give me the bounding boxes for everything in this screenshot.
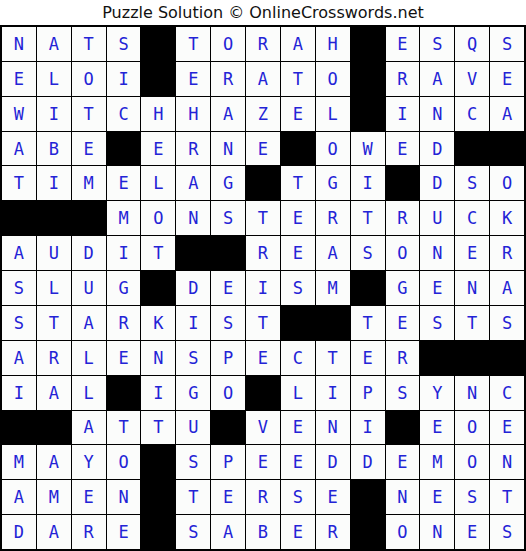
letter-cell: U — [176, 411, 210, 445]
letter-cell: T — [176, 480, 210, 514]
letter-cell: S — [490, 306, 524, 340]
letter-cell: T — [246, 306, 280, 340]
letter-cell: R — [37, 341, 71, 375]
letter-cell: S — [176, 445, 210, 479]
letter-cell: A — [246, 62, 280, 96]
letter-cell: I — [246, 271, 280, 305]
letter-cell: A — [37, 376, 71, 410]
block-cell — [2, 201, 36, 235]
letter-cell: E — [490, 62, 524, 96]
letter-cell: S — [211, 306, 245, 340]
block-cell — [211, 236, 245, 270]
block-cell — [141, 480, 175, 514]
letter-cell: E — [176, 62, 210, 96]
letter-cell: T — [316, 341, 350, 375]
letter-cell: S — [490, 27, 524, 61]
letter-cell: N — [455, 376, 489, 410]
letter-cell: I — [351, 411, 385, 445]
letter-cell: N — [490, 445, 524, 479]
letter-cell: T — [176, 27, 210, 61]
letter-cell: R — [246, 27, 280, 61]
letter-cell: M — [316, 271, 350, 305]
block-cell — [37, 201, 71, 235]
letter-cell: D — [176, 271, 210, 305]
letter-cell: I — [316, 376, 350, 410]
letter-cell: O — [316, 132, 350, 166]
letter-cell: A — [316, 236, 350, 270]
letter-cell: E — [281, 411, 315, 445]
letter-cell: O — [107, 445, 141, 479]
letter-cell: Y — [420, 376, 454, 410]
letter-cell: O — [141, 201, 175, 235]
letter-cell: V — [246, 411, 280, 445]
letter-cell: S — [2, 306, 36, 340]
letter-cell: C — [107, 97, 141, 131]
letter-cell: Z — [246, 97, 280, 131]
letter-cell: O — [72, 62, 106, 96]
letter-cell: E — [72, 132, 106, 166]
letter-cell: D — [420, 166, 454, 200]
letter-cell: S — [420, 27, 454, 61]
page-title: Puzzle Solution © OnlineCrosswords.net — [0, 0, 526, 25]
letter-cell: R — [176, 132, 210, 166]
letter-cell: S — [351, 236, 385, 270]
letter-cell: S — [386, 376, 420, 410]
letter-cell: Q — [455, 27, 489, 61]
letter-cell: A — [420, 62, 454, 96]
letter-cell: C — [490, 376, 524, 410]
letter-cell: E — [386, 27, 420, 61]
block-cell — [107, 376, 141, 410]
letter-cell: E — [386, 132, 420, 166]
letter-cell: N — [386, 480, 420, 514]
letter-cell: S — [490, 515, 524, 549]
letter-cell: S — [211, 201, 245, 235]
letter-cell: E — [246, 445, 280, 479]
letter-cell: C — [455, 201, 489, 235]
letter-cell: C — [281, 341, 315, 375]
letter-cell: T — [281, 62, 315, 96]
letter-cell: E — [386, 306, 420, 340]
block-cell — [72, 201, 106, 235]
letter-cell: H — [316, 27, 350, 61]
block-cell — [386, 166, 420, 200]
block-cell — [141, 27, 175, 61]
block-cell — [37, 411, 71, 445]
crossword-grid: NATSTORAHESQSELOIERATORAVEWITCHHAZELINCA… — [0, 25, 526, 551]
letter-cell: Y — [72, 445, 106, 479]
letter-cell: M — [72, 166, 106, 200]
letter-cell: A — [37, 27, 71, 61]
block-cell — [351, 515, 385, 549]
letter-cell: O — [386, 236, 420, 270]
letter-cell: E — [246, 341, 280, 375]
letter-cell: R — [246, 480, 280, 514]
block-cell — [351, 27, 385, 61]
letter-cell: T — [107, 411, 141, 445]
letter-cell: D — [351, 445, 385, 479]
letter-cell: G — [176, 376, 210, 410]
letter-cell: R — [246, 236, 280, 270]
letter-cell: D — [420, 132, 454, 166]
letter-cell: S — [281, 480, 315, 514]
letter-cell: G — [386, 271, 420, 305]
letter-cell: L — [37, 271, 71, 305]
letter-cell: N — [420, 236, 454, 270]
letter-cell: N — [141, 341, 175, 375]
letter-cell: T — [72, 97, 106, 131]
letter-cell: T — [490, 480, 524, 514]
letter-cell: E — [2, 62, 36, 96]
block-cell — [176, 236, 210, 270]
letter-cell: T — [455, 306, 489, 340]
letter-cell: A — [490, 97, 524, 131]
letter-cell: N — [107, 480, 141, 514]
letter-cell: A — [2, 341, 36, 375]
letter-cell: C — [455, 97, 489, 131]
block-cell — [386, 411, 420, 445]
letter-cell: S — [281, 271, 315, 305]
letter-cell: I — [37, 97, 71, 131]
letter-cell: T — [246, 201, 280, 235]
letter-cell: P — [351, 376, 385, 410]
letter-cell: E — [351, 341, 385, 375]
letter-cell: A — [72, 411, 106, 445]
letter-cell: R — [316, 201, 350, 235]
letter-cell: G — [316, 166, 350, 200]
letter-cell: U — [420, 201, 454, 235]
letter-cell: E — [141, 132, 175, 166]
letter-cell: L — [72, 376, 106, 410]
letter-cell: T — [72, 27, 106, 61]
letter-cell: L — [37, 62, 71, 96]
letter-cell: N — [420, 515, 454, 549]
letter-cell: H — [176, 97, 210, 131]
block-cell — [281, 306, 315, 340]
letter-cell: I — [2, 376, 36, 410]
letter-cell: O — [455, 445, 489, 479]
letter-cell: O — [211, 376, 245, 410]
letter-cell: M — [107, 201, 141, 235]
letter-cell: N — [455, 271, 489, 305]
letter-cell: E — [281, 236, 315, 270]
letter-cell: A — [37, 515, 71, 549]
letter-cell: E — [281, 201, 315, 235]
letter-cell: S — [176, 341, 210, 375]
puzzle-solution-page: Puzzle Solution © OnlineCrosswords.net N… — [0, 0, 526, 551]
letter-cell: I — [351, 166, 385, 200]
letter-cell: S — [107, 27, 141, 61]
letter-cell: R — [386, 201, 420, 235]
letter-cell: E — [72, 480, 106, 514]
block-cell — [246, 166, 280, 200]
letter-cell: U — [37, 236, 71, 270]
letter-cell: O — [455, 411, 489, 445]
block-cell — [141, 62, 175, 96]
letter-cell: L — [72, 341, 106, 375]
letter-cell: N — [211, 132, 245, 166]
block-cell — [281, 132, 315, 166]
block-cell — [141, 515, 175, 549]
letter-cell: O — [386, 515, 420, 549]
letter-cell: K — [490, 201, 524, 235]
letter-cell: O — [490, 166, 524, 200]
letter-cell: G — [107, 271, 141, 305]
block-cell — [455, 132, 489, 166]
letter-cell: E — [420, 480, 454, 514]
letter-cell: R — [211, 62, 245, 96]
block-cell — [246, 376, 280, 410]
letter-cell: A — [2, 480, 36, 514]
letter-cell: A — [281, 27, 315, 61]
letter-cell: A — [2, 132, 36, 166]
block-cell — [490, 341, 524, 375]
letter-cell: L — [316, 97, 350, 131]
block-cell — [107, 132, 141, 166]
letter-cell: R — [386, 341, 420, 375]
letter-cell: E — [386, 445, 420, 479]
letter-cell: W — [2, 97, 36, 131]
letter-cell: N — [316, 411, 350, 445]
block-cell — [490, 132, 524, 166]
letter-cell: A — [211, 515, 245, 549]
letter-cell: I — [176, 306, 210, 340]
letter-cell: S — [420, 306, 454, 340]
letter-cell: R — [107, 306, 141, 340]
block-cell — [141, 271, 175, 305]
letter-cell: K — [141, 306, 175, 340]
letter-cell: T — [281, 166, 315, 200]
letter-cell: I — [37, 166, 71, 200]
letter-cell: M — [37, 480, 71, 514]
letter-cell: E — [420, 271, 454, 305]
block-cell — [351, 271, 385, 305]
letter-cell: M — [2, 445, 36, 479]
letter-cell: R — [490, 236, 524, 270]
letter-cell: L — [281, 376, 315, 410]
letter-cell: H — [141, 97, 175, 131]
letter-cell: D — [2, 515, 36, 549]
letter-cell: S — [455, 480, 489, 514]
letter-cell: N — [420, 97, 454, 131]
letter-cell: E — [455, 236, 489, 270]
letter-cell: I — [107, 62, 141, 96]
block-cell — [420, 341, 454, 375]
letter-cell: N — [2, 27, 36, 61]
letter-cell: U — [72, 271, 106, 305]
letter-cell: A — [211, 97, 245, 131]
letter-cell: T — [141, 236, 175, 270]
letter-cell: B — [246, 515, 280, 549]
letter-cell: M — [420, 445, 454, 479]
block-cell — [316, 306, 350, 340]
letter-cell: E — [246, 132, 280, 166]
letter-cell: E — [107, 166, 141, 200]
letter-cell: P — [211, 341, 245, 375]
letter-cell: E — [281, 445, 315, 479]
block-cell — [2, 411, 36, 445]
letter-cell: T — [351, 201, 385, 235]
letter-cell: E — [316, 480, 350, 514]
letter-cell: E — [490, 411, 524, 445]
letter-cell: I — [386, 97, 420, 131]
letter-cell: G — [211, 166, 245, 200]
block-cell — [351, 480, 385, 514]
letter-cell: R — [72, 515, 106, 549]
letter-cell: T — [351, 306, 385, 340]
letter-cell: E — [281, 515, 315, 549]
block-cell — [141, 445, 175, 479]
block-cell — [351, 62, 385, 96]
letter-cell: E — [455, 515, 489, 549]
letter-cell: A — [72, 306, 106, 340]
letter-cell: R — [316, 515, 350, 549]
letter-cell: E — [107, 515, 141, 549]
letter-cell: R — [386, 62, 420, 96]
letter-cell: T — [37, 306, 71, 340]
letter-cell: A — [37, 445, 71, 479]
letter-cell: V — [455, 62, 489, 96]
letter-cell: O — [316, 62, 350, 96]
block-cell — [211, 411, 245, 445]
letter-cell: E — [420, 411, 454, 445]
letter-cell: I — [107, 236, 141, 270]
letter-cell: A — [2, 236, 36, 270]
letter-cell: S — [176, 515, 210, 549]
letter-cell: L — [141, 166, 175, 200]
letter-cell: P — [211, 445, 245, 479]
letter-cell: S — [2, 271, 36, 305]
letter-cell: N — [176, 201, 210, 235]
letter-cell: I — [141, 376, 175, 410]
letter-cell: E — [211, 480, 245, 514]
letter-cell: T — [2, 166, 36, 200]
letter-cell: O — [211, 27, 245, 61]
letter-cell: D — [316, 445, 350, 479]
block-cell — [351, 97, 385, 131]
block-cell — [455, 341, 489, 375]
letter-cell: E — [107, 341, 141, 375]
letter-cell: D — [72, 236, 106, 270]
letter-cell: T — [141, 411, 175, 445]
letter-cell: B — [37, 132, 71, 166]
letter-cell: A — [490, 271, 524, 305]
letter-cell: S — [455, 166, 489, 200]
letter-cell: W — [351, 132, 385, 166]
letter-cell: A — [176, 166, 210, 200]
letter-cell: E — [211, 271, 245, 305]
letter-cell: E — [281, 97, 315, 131]
